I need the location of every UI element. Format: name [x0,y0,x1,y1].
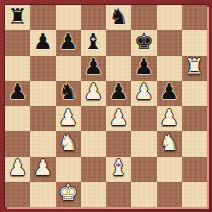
piece-bP-b7[interactable]: ♟ [33,31,53,53]
square-c4[interactable]: ♟ [56,106,81,131]
piece-wB-e2[interactable]: ♝ [109,157,129,179]
square-f1[interactable] [131,182,156,207]
piece-bP-g5[interactable]: ♟ [159,81,179,103]
piece-wN-g3[interactable]: ♞ [159,132,179,154]
piece-bN-e8[interactable]: ♞ [109,6,129,28]
square-e6[interactable] [106,56,131,81]
square-e5[interactable]: ♟ [106,81,131,106]
square-b4[interactable] [30,106,55,131]
square-g1[interactable] [157,182,182,207]
square-h3[interactable] [182,131,207,156]
piece-bP-d6[interactable]: ♟ [84,56,104,78]
square-h1[interactable] [182,182,207,207]
square-e7[interactable] [106,30,131,55]
square-e4[interactable]: ♟ [106,106,131,131]
piece-bK-f7[interactable]: ♚ [134,31,154,53]
square-f6[interactable]: ♟ [131,56,156,81]
square-g2[interactable] [157,157,182,182]
square-g7[interactable] [157,30,182,55]
square-c3[interactable]: ♞ [56,131,81,156]
square-d7[interactable]: ♝ [81,30,106,55]
square-c5[interactable]: ♞ [56,81,81,106]
square-d6[interactable]: ♟ [81,56,106,81]
piece-bP-a5[interactable]: ♟ [8,81,28,103]
piece-wN-c3[interactable]: ♞ [58,132,78,154]
square-g6[interactable] [157,56,182,81]
square-d2[interactable] [81,157,106,182]
square-c2[interactable] [56,157,81,182]
board-frame: ♜♞♟♟♝♚♟♟♜♟♞♟♟♟♟♟♟♟♞♞♟♟♝♚ [0,0,212,212]
square-e3[interactable] [106,131,131,156]
square-a7[interactable] [5,30,30,55]
square-a1[interactable] [5,182,30,207]
square-e2[interactable]: ♝ [106,157,131,182]
square-d8[interactable] [81,5,106,30]
chess-board: ♜♞♟♟♝♚♟♟♜♟♞♟♟♟♟♟♟♟♞♞♟♟♝♚ [5,5,207,207]
square-b7[interactable]: ♟ [30,30,55,55]
square-d1[interactable] [81,182,106,207]
square-f8[interactable] [131,5,156,30]
square-b8[interactable] [30,5,55,30]
square-f3[interactable] [131,131,156,156]
piece-wR-h6[interactable]: ♜ [185,56,205,78]
square-c7[interactable]: ♟ [56,30,81,55]
piece-wP-e4[interactable]: ♟ [109,107,129,129]
piece-wP-c4[interactable]: ♟ [58,107,78,129]
square-a6[interactable] [5,56,30,81]
square-b6[interactable] [30,56,55,81]
square-f2[interactable] [131,157,156,182]
square-a3[interactable] [5,131,30,156]
square-a4[interactable] [5,106,30,131]
square-h7[interactable] [182,30,207,55]
square-a5[interactable]: ♟ [5,81,30,106]
square-f4[interactable] [131,106,156,131]
square-g5[interactable]: ♟ [157,81,182,106]
piece-bP-e5[interactable]: ♟ [109,81,129,103]
square-b5[interactable] [30,81,55,106]
square-a8[interactable]: ♜ [5,5,30,30]
square-f5[interactable]: ♟ [131,81,156,106]
square-f7[interactable]: ♚ [131,30,156,55]
square-h4[interactable] [182,106,207,131]
square-d3[interactable] [81,131,106,156]
square-d5[interactable]: ♟ [81,81,106,106]
piece-wP-a2[interactable]: ♟ [8,157,28,179]
square-h5[interactable] [182,81,207,106]
piece-bB-d7[interactable]: ♝ [84,31,104,53]
square-g8[interactable] [157,5,182,30]
square-e8[interactable]: ♞ [106,5,131,30]
square-g3[interactable]: ♞ [157,131,182,156]
square-d4[interactable] [81,106,106,131]
square-h6[interactable]: ♜ [182,56,207,81]
square-h8[interactable] [182,5,207,30]
square-b2[interactable]: ♟ [30,157,55,182]
square-c6[interactable] [56,56,81,81]
piece-bR-a8[interactable]: ♜ [8,6,28,28]
square-h2[interactable] [182,157,207,182]
piece-bN-c5[interactable]: ♞ [58,81,78,103]
piece-bP-f6[interactable]: ♟ [134,56,154,78]
square-c1[interactable]: ♚ [56,182,81,207]
square-b3[interactable] [30,131,55,156]
square-c8[interactable] [56,5,81,30]
piece-wK-c1[interactable]: ♚ [58,182,78,204]
piece-wP-f5[interactable]: ♟ [134,81,154,103]
square-g4[interactable]: ♟ [157,106,182,131]
piece-wP-g4[interactable]: ♟ [159,107,179,129]
square-a2[interactable]: ♟ [5,157,30,182]
piece-bP-c7[interactable]: ♟ [58,31,78,53]
square-e1[interactable] [106,182,131,207]
square-b1[interactable] [30,182,55,207]
piece-wP-d5[interactable]: ♟ [84,81,104,103]
piece-wP-b2[interactable]: ♟ [33,157,53,179]
